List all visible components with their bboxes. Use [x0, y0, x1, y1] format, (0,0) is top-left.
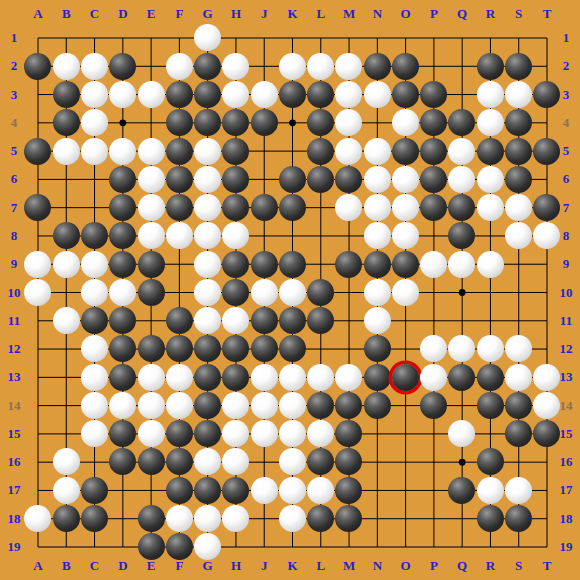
intersection-L7[interactable]	[307, 193, 335, 221]
intersection-F17[interactable]	[165, 476, 193, 504]
intersection-G17[interactable]	[193, 476, 221, 504]
intersection-K3[interactable]	[278, 80, 306, 108]
intersection-N11[interactable]	[363, 307, 391, 335]
intersection-Q2[interactable]	[448, 52, 476, 80]
intersection-S1[interactable]	[504, 24, 532, 52]
intersection-N1[interactable]	[363, 24, 391, 52]
intersection-R18[interactable]	[476, 504, 504, 532]
intersection-E2[interactable]	[137, 52, 165, 80]
intersection-T16[interactable]	[533, 448, 561, 476]
intersection-S4[interactable]	[504, 109, 532, 137]
intersection-E3[interactable]	[137, 80, 165, 108]
intersection-Q17[interactable]	[448, 476, 476, 504]
intersection-C11[interactable]	[80, 307, 108, 335]
intersection-J10[interactable]	[250, 278, 278, 306]
intersection-G11[interactable]	[193, 307, 221, 335]
intersection-K16[interactable]	[278, 448, 306, 476]
intersection-J11[interactable]	[250, 307, 278, 335]
intersection-D6[interactable]	[109, 165, 137, 193]
intersection-T15[interactable]	[533, 420, 561, 448]
intersection-E4[interactable]	[137, 109, 165, 137]
intersection-K8[interactable]	[278, 222, 306, 250]
intersection-D9[interactable]	[109, 250, 137, 278]
intersection-F10[interactable]	[165, 278, 193, 306]
intersection-F6[interactable]	[165, 165, 193, 193]
intersection-J19[interactable]	[250, 533, 278, 561]
intersection-F14[interactable]	[165, 391, 193, 419]
intersection-R10[interactable]	[476, 278, 504, 306]
intersection-Q5[interactable]	[448, 137, 476, 165]
intersection-O9[interactable]	[391, 250, 419, 278]
intersection-T6[interactable]	[533, 165, 561, 193]
intersection-P1[interactable]	[420, 24, 448, 52]
intersection-M7[interactable]	[335, 193, 363, 221]
intersection-B12[interactable]	[52, 335, 80, 363]
intersection-E12[interactable]	[137, 335, 165, 363]
intersection-M19[interactable]	[335, 533, 363, 561]
intersection-J4[interactable]	[250, 109, 278, 137]
intersection-L12[interactable]	[307, 335, 335, 363]
intersection-R15[interactable]	[476, 420, 504, 448]
intersection-T17[interactable]	[533, 476, 561, 504]
intersection-Q15[interactable]	[448, 420, 476, 448]
intersection-O6[interactable]	[391, 165, 419, 193]
intersection-C17[interactable]	[80, 476, 108, 504]
intersection-T18[interactable]	[533, 504, 561, 532]
intersection-L17[interactable]	[307, 476, 335, 504]
intersection-R19[interactable]	[476, 533, 504, 561]
intersection-F7[interactable]	[165, 193, 193, 221]
intersection-C5[interactable]	[80, 137, 108, 165]
intersection-T5[interactable]	[533, 137, 561, 165]
intersection-L13[interactable]	[307, 363, 335, 391]
intersection-R5[interactable]	[476, 137, 504, 165]
intersection-M4[interactable]	[335, 109, 363, 137]
intersection-T13[interactable]	[533, 363, 561, 391]
intersection-H1[interactable]	[222, 24, 250, 52]
intersection-F4[interactable]	[165, 109, 193, 137]
intersection-D8[interactable]	[109, 222, 137, 250]
intersection-Q19[interactable]	[448, 533, 476, 561]
intersection-Q11[interactable]	[448, 307, 476, 335]
intersection-K5[interactable]	[278, 137, 306, 165]
intersection-L18[interactable]	[307, 504, 335, 532]
intersection-H5[interactable]	[222, 137, 250, 165]
intersection-R12[interactable]	[476, 335, 504, 363]
intersection-S13[interactable]	[504, 363, 532, 391]
intersection-Q1[interactable]	[448, 24, 476, 52]
intersection-B8[interactable]	[52, 222, 80, 250]
intersection-L19[interactable]	[307, 533, 335, 561]
intersection-L3[interactable]	[307, 80, 335, 108]
intersection-B7[interactable]	[52, 193, 80, 221]
intersection-E8[interactable]	[137, 222, 165, 250]
intersection-C14[interactable]	[80, 391, 108, 419]
intersection-O10[interactable]	[391, 278, 419, 306]
intersection-Q18[interactable]	[448, 504, 476, 532]
intersection-K10[interactable]	[278, 278, 306, 306]
intersection-J13[interactable]	[250, 363, 278, 391]
intersection-O7[interactable]	[391, 193, 419, 221]
intersection-H10[interactable]	[222, 278, 250, 306]
intersection-G5[interactable]	[193, 137, 221, 165]
intersection-S17[interactable]	[504, 476, 532, 504]
intersection-A10[interactable]	[24, 278, 52, 306]
intersection-B14[interactable]	[52, 391, 80, 419]
intersection-E11[interactable]	[137, 307, 165, 335]
intersection-H11[interactable]	[222, 307, 250, 335]
intersection-B9[interactable]	[52, 250, 80, 278]
intersection-Q8[interactable]	[448, 222, 476, 250]
intersection-S7[interactable]	[504, 193, 532, 221]
intersection-E7[interactable]	[137, 193, 165, 221]
intersection-M15[interactable]	[335, 420, 363, 448]
intersection-B16[interactable]	[52, 448, 80, 476]
intersection-Q13[interactable]	[448, 363, 476, 391]
intersection-E15[interactable]	[137, 420, 165, 448]
intersection-P4[interactable]	[420, 109, 448, 137]
intersection-M6[interactable]	[335, 165, 363, 193]
intersection-L4[interactable]	[307, 109, 335, 137]
intersection-G7[interactable]	[193, 193, 221, 221]
intersection-D14[interactable]	[109, 391, 137, 419]
intersection-S14[interactable]	[504, 391, 532, 419]
intersection-P5[interactable]	[420, 137, 448, 165]
intersection-D1[interactable]	[109, 24, 137, 52]
intersection-A2[interactable]	[24, 52, 52, 80]
intersection-R6[interactable]	[476, 165, 504, 193]
intersection-T3[interactable]	[533, 80, 561, 108]
intersection-B15[interactable]	[52, 420, 80, 448]
intersection-F9[interactable]	[165, 250, 193, 278]
intersection-S6[interactable]	[504, 165, 532, 193]
board-intersections[interactable]	[24, 24, 561, 561]
intersection-S5[interactable]	[504, 137, 532, 165]
intersection-J5[interactable]	[250, 137, 278, 165]
intersection-A11[interactable]	[24, 307, 52, 335]
intersection-L14[interactable]	[307, 391, 335, 419]
intersection-Q9[interactable]	[448, 250, 476, 278]
intersection-T19[interactable]	[533, 533, 561, 561]
intersection-M16[interactable]	[335, 448, 363, 476]
intersection-O8[interactable]	[391, 222, 419, 250]
intersection-L15[interactable]	[307, 420, 335, 448]
intersection-D7[interactable]	[109, 193, 137, 221]
intersection-A6[interactable]	[24, 165, 52, 193]
intersection-H16[interactable]	[222, 448, 250, 476]
intersection-K13[interactable]	[278, 363, 306, 391]
intersection-P17[interactable]	[420, 476, 448, 504]
intersection-M18[interactable]	[335, 504, 363, 532]
intersection-Q4[interactable]	[448, 109, 476, 137]
intersection-O14[interactable]	[391, 391, 419, 419]
intersection-T4[interactable]	[533, 109, 561, 137]
intersection-F18[interactable]	[165, 504, 193, 532]
intersection-Q6[interactable]	[448, 165, 476, 193]
intersection-R7[interactable]	[476, 193, 504, 221]
intersection-F8[interactable]	[165, 222, 193, 250]
intersection-K18[interactable]	[278, 504, 306, 532]
intersection-G2[interactable]	[193, 52, 221, 80]
intersection-J9[interactable]	[250, 250, 278, 278]
intersection-Q10[interactable]	[448, 278, 476, 306]
intersection-C4[interactable]	[80, 109, 108, 137]
intersection-N2[interactable]	[363, 52, 391, 80]
intersection-C7[interactable]	[80, 193, 108, 221]
intersection-N3[interactable]	[363, 80, 391, 108]
intersection-T2[interactable]	[533, 52, 561, 80]
intersection-B18[interactable]	[52, 504, 80, 532]
intersection-N13[interactable]	[363, 363, 391, 391]
intersection-O12[interactable]	[391, 335, 419, 363]
intersection-C16[interactable]	[80, 448, 108, 476]
intersection-O2[interactable]	[391, 52, 419, 80]
intersection-F5[interactable]	[165, 137, 193, 165]
intersection-B6[interactable]	[52, 165, 80, 193]
intersection-G9[interactable]	[193, 250, 221, 278]
intersection-B11[interactable]	[52, 307, 80, 335]
intersection-E10[interactable]	[137, 278, 165, 306]
intersection-L6[interactable]	[307, 165, 335, 193]
intersection-N6[interactable]	[363, 165, 391, 193]
intersection-L11[interactable]	[307, 307, 335, 335]
intersection-O11[interactable]	[391, 307, 419, 335]
intersection-S16[interactable]	[504, 448, 532, 476]
intersection-O3[interactable]	[391, 80, 419, 108]
intersection-A19[interactable]	[24, 533, 52, 561]
intersection-O1[interactable]	[391, 24, 419, 52]
intersection-H13[interactable]	[222, 363, 250, 391]
intersection-F13[interactable]	[165, 363, 193, 391]
intersection-R1[interactable]	[476, 24, 504, 52]
intersection-R2[interactable]	[476, 52, 504, 80]
intersection-F2[interactable]	[165, 52, 193, 80]
intersection-M11[interactable]	[335, 307, 363, 335]
intersection-P3[interactable]	[420, 80, 448, 108]
intersection-C10[interactable]	[80, 278, 108, 306]
intersection-O13[interactable]	[391, 363, 419, 391]
intersection-S10[interactable]	[504, 278, 532, 306]
intersection-N18[interactable]	[363, 504, 391, 532]
intersection-A15[interactable]	[24, 420, 52, 448]
intersection-Q7[interactable]	[448, 193, 476, 221]
intersection-M8[interactable]	[335, 222, 363, 250]
intersection-K12[interactable]	[278, 335, 306, 363]
intersection-D19[interactable]	[109, 533, 137, 561]
intersection-T8[interactable]	[533, 222, 561, 250]
intersection-S2[interactable]	[504, 52, 532, 80]
intersection-J3[interactable]	[250, 80, 278, 108]
intersection-S18[interactable]	[504, 504, 532, 532]
intersection-D16[interactable]	[109, 448, 137, 476]
intersection-A13[interactable]	[24, 363, 52, 391]
intersection-N17[interactable]	[363, 476, 391, 504]
intersection-R3[interactable]	[476, 80, 504, 108]
intersection-R17[interactable]	[476, 476, 504, 504]
intersection-H4[interactable]	[222, 109, 250, 137]
intersection-N5[interactable]	[363, 137, 391, 165]
intersection-G15[interactable]	[193, 420, 221, 448]
intersection-C3[interactable]	[80, 80, 108, 108]
intersection-L2[interactable]	[307, 52, 335, 80]
intersection-K15[interactable]	[278, 420, 306, 448]
intersection-K6[interactable]	[278, 165, 306, 193]
intersection-F19[interactable]	[165, 533, 193, 561]
intersection-S12[interactable]	[504, 335, 532, 363]
intersection-B17[interactable]	[52, 476, 80, 504]
intersection-M5[interactable]	[335, 137, 363, 165]
intersection-H14[interactable]	[222, 391, 250, 419]
intersection-J15[interactable]	[250, 420, 278, 448]
intersection-P14[interactable]	[420, 391, 448, 419]
intersection-P12[interactable]	[420, 335, 448, 363]
intersection-N12[interactable]	[363, 335, 391, 363]
intersection-N4[interactable]	[363, 109, 391, 137]
intersection-K7[interactable]	[278, 193, 306, 221]
intersection-B5[interactable]	[52, 137, 80, 165]
intersection-P2[interactable]	[420, 52, 448, 80]
intersection-R11[interactable]	[476, 307, 504, 335]
intersection-Q12[interactable]	[448, 335, 476, 363]
intersection-R14[interactable]	[476, 391, 504, 419]
intersection-B19[interactable]	[52, 533, 80, 561]
intersection-A16[interactable]	[24, 448, 52, 476]
intersection-T11[interactable]	[533, 307, 561, 335]
intersection-B1[interactable]	[52, 24, 80, 52]
intersection-G10[interactable]	[193, 278, 221, 306]
intersection-F16[interactable]	[165, 448, 193, 476]
intersection-M9[interactable]	[335, 250, 363, 278]
intersection-C15[interactable]	[80, 420, 108, 448]
intersection-K19[interactable]	[278, 533, 306, 561]
intersection-R8[interactable]	[476, 222, 504, 250]
intersection-K1[interactable]	[278, 24, 306, 52]
intersection-L1[interactable]	[307, 24, 335, 52]
intersection-H7[interactable]	[222, 193, 250, 221]
intersection-H17[interactable]	[222, 476, 250, 504]
intersection-O18[interactable]	[391, 504, 419, 532]
intersection-M3[interactable]	[335, 80, 363, 108]
intersection-N15[interactable]	[363, 420, 391, 448]
intersection-E17[interactable]	[137, 476, 165, 504]
intersection-Q3[interactable]	[448, 80, 476, 108]
intersection-D18[interactable]	[109, 504, 137, 532]
intersection-P18[interactable]	[420, 504, 448, 532]
intersection-C6[interactable]	[80, 165, 108, 193]
intersection-O5[interactable]	[391, 137, 419, 165]
intersection-D4[interactable]	[109, 109, 137, 137]
intersection-S8[interactable]	[504, 222, 532, 250]
intersection-R9[interactable]	[476, 250, 504, 278]
intersection-N7[interactable]	[363, 193, 391, 221]
intersection-L10[interactable]	[307, 278, 335, 306]
intersection-F15[interactable]	[165, 420, 193, 448]
intersection-S11[interactable]	[504, 307, 532, 335]
intersection-C8[interactable]	[80, 222, 108, 250]
intersection-C9[interactable]	[80, 250, 108, 278]
intersection-J17[interactable]	[250, 476, 278, 504]
intersection-H19[interactable]	[222, 533, 250, 561]
intersection-P13[interactable]	[420, 363, 448, 391]
intersection-A7[interactable]	[24, 193, 52, 221]
intersection-E13[interactable]	[137, 363, 165, 391]
intersection-S3[interactable]	[504, 80, 532, 108]
intersection-C2[interactable]	[80, 52, 108, 80]
intersection-H8[interactable]	[222, 222, 250, 250]
intersection-R4[interactable]	[476, 109, 504, 137]
intersection-A1[interactable]	[24, 24, 52, 52]
intersection-P16[interactable]	[420, 448, 448, 476]
intersection-C19[interactable]	[80, 533, 108, 561]
intersection-E19[interactable]	[137, 533, 165, 561]
intersection-S15[interactable]	[504, 420, 532, 448]
intersection-J8[interactable]	[250, 222, 278, 250]
intersection-C18[interactable]	[80, 504, 108, 532]
intersection-G4[interactable]	[193, 109, 221, 137]
intersection-D2[interactable]	[109, 52, 137, 80]
intersection-T14[interactable]	[533, 391, 561, 419]
intersection-D11[interactable]	[109, 307, 137, 335]
intersection-J1[interactable]	[250, 24, 278, 52]
intersection-A18[interactable]	[24, 504, 52, 532]
intersection-G19[interactable]	[193, 533, 221, 561]
intersection-L5[interactable]	[307, 137, 335, 165]
intersection-A4[interactable]	[24, 109, 52, 137]
intersection-J18[interactable]	[250, 504, 278, 532]
intersection-E16[interactable]	[137, 448, 165, 476]
intersection-F3[interactable]	[165, 80, 193, 108]
intersection-B3[interactable]	[52, 80, 80, 108]
intersection-R13[interactable]	[476, 363, 504, 391]
intersection-G18[interactable]	[193, 504, 221, 532]
intersection-S19[interactable]	[504, 533, 532, 561]
intersection-B2[interactable]	[52, 52, 80, 80]
intersection-K11[interactable]	[278, 307, 306, 335]
intersection-N9[interactable]	[363, 250, 391, 278]
intersection-A3[interactable]	[24, 80, 52, 108]
intersection-G13[interactable]	[193, 363, 221, 391]
intersection-T1[interactable]	[533, 24, 561, 52]
intersection-H9[interactable]	[222, 250, 250, 278]
intersection-B13[interactable]	[52, 363, 80, 391]
intersection-T12[interactable]	[533, 335, 561, 363]
intersection-M17[interactable]	[335, 476, 363, 504]
intersection-R16[interactable]	[476, 448, 504, 476]
intersection-E18[interactable]	[137, 504, 165, 532]
intersection-P8[interactable]	[420, 222, 448, 250]
intersection-C13[interactable]	[80, 363, 108, 391]
intersection-H2[interactable]	[222, 52, 250, 80]
intersection-H12[interactable]	[222, 335, 250, 363]
intersection-E6[interactable]	[137, 165, 165, 193]
intersection-P10[interactable]	[420, 278, 448, 306]
intersection-P11[interactable]	[420, 307, 448, 335]
intersection-K17[interactable]	[278, 476, 306, 504]
intersection-H18[interactable]	[222, 504, 250, 532]
intersection-M1[interactable]	[335, 24, 363, 52]
intersection-O4[interactable]	[391, 109, 419, 137]
intersection-N10[interactable]	[363, 278, 391, 306]
intersection-C12[interactable]	[80, 335, 108, 363]
intersection-F12[interactable]	[165, 335, 193, 363]
intersection-M2[interactable]	[335, 52, 363, 80]
intersection-B10[interactable]	[52, 278, 80, 306]
intersection-M10[interactable]	[335, 278, 363, 306]
intersection-H3[interactable]	[222, 80, 250, 108]
intersection-M12[interactable]	[335, 335, 363, 363]
intersection-L16[interactable]	[307, 448, 335, 476]
intersection-D17[interactable]	[109, 476, 137, 504]
